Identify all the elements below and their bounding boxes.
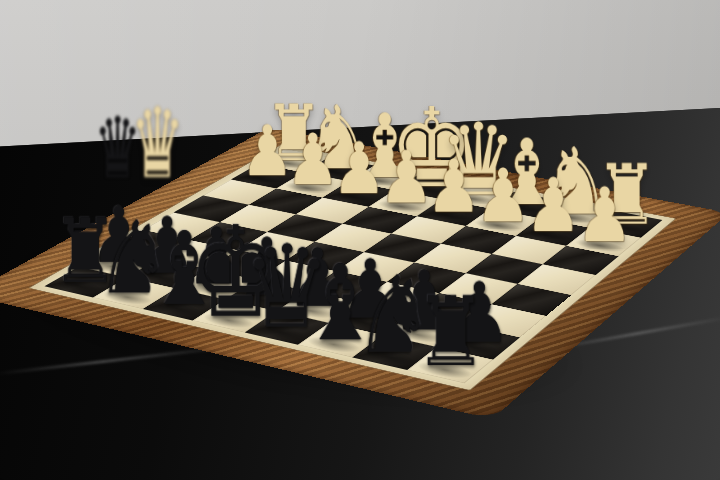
piece-white-pawn-a2[interactable]: ♟ [576, 178, 633, 253]
square-a2[interactable]: ♟ [567, 228, 641, 256]
piece-black-rook-a8[interactable]: ♜ [414, 283, 487, 379]
piece-white-pawn-b2[interactable]: ♟ [525, 168, 582, 242]
square-a8[interactable]: ♜ [408, 347, 493, 383]
piece-white-pawn-c2[interactable]: ♟ [475, 159, 531, 233]
square-a4[interactable] [518, 264, 596, 295]
piece-white-pawn-d2[interactable]: ♟ [426, 150, 482, 223]
photo-stage: ♛ ♛ ♜♞♝♚♛♝♞♜♟♟♟♟♟♟♟♟♟♟♟♟♟♟♟♟♜♞♝♚♛♝♞♜ Ebo… [0, 0, 720, 480]
